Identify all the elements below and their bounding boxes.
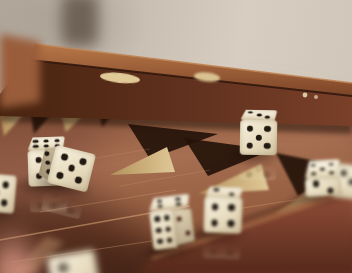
die-front-face — [240, 120, 278, 156]
pip — [341, 169, 348, 176]
mid-foreground-left-die — [147, 194, 196, 259]
pip — [157, 199, 163, 203]
die-top-face — [147, 194, 190, 212]
pip — [227, 238, 234, 245]
pip — [70, 193, 78, 201]
pip — [255, 165, 261, 171]
pip — [210, 238, 217, 245]
pip — [176, 202, 182, 206]
pip — [156, 227, 162, 233]
pip — [33, 140, 38, 143]
pip — [79, 158, 87, 166]
top-right-die — [240, 110, 278, 164]
pip — [246, 143, 252, 149]
pip — [167, 237, 173, 243]
pip — [175, 197, 181, 201]
bottom-edge-blurred-die — [45, 239, 103, 273]
right-rail-die — [304, 159, 342, 205]
pip — [60, 153, 68, 161]
die-front-face — [305, 177, 342, 197]
pip — [229, 193, 234, 196]
pip — [212, 204, 219, 211]
pip — [264, 171, 270, 177]
pip — [35, 157, 42, 164]
pip — [157, 238, 163, 244]
mid-foreground-right-die — [203, 186, 243, 242]
pip — [59, 197, 67, 205]
pip — [265, 116, 270, 119]
pip — [186, 230, 192, 236]
pip — [67, 164, 75, 172]
pip — [33, 145, 38, 148]
pip — [55, 171, 63, 179]
pip — [2, 181, 9, 188]
pip — [36, 191, 43, 198]
pip — [165, 226, 171, 232]
pip — [44, 139, 49, 142]
pip — [157, 204, 163, 208]
pip — [0, 199, 7, 206]
die-top-face — [304, 159, 341, 179]
pip — [228, 220, 235, 227]
die-reflection — [202, 234, 241, 261]
pip — [328, 163, 333, 166]
pip — [164, 215, 170, 221]
photo-backgammon-scene — [0, 0, 352, 273]
pip — [264, 159, 270, 165]
pip — [246, 171, 252, 177]
pip — [54, 139, 59, 142]
front-left-die — [45, 145, 96, 200]
pip — [44, 145, 49, 148]
pip — [75, 176, 83, 184]
pip — [246, 159, 252, 165]
die-front-face — [203, 197, 242, 234]
pip — [67, 206, 75, 214]
pip — [256, 114, 261, 117]
pip — [228, 204, 235, 211]
pip — [247, 126, 253, 132]
pip — [44, 151, 50, 157]
pip — [58, 263, 67, 272]
die-reflection — [239, 156, 276, 181]
pip — [264, 143, 270, 149]
pip — [264, 126, 270, 132]
dice-layer — [0, 0, 352, 273]
pip — [348, 179, 352, 186]
pip — [51, 189, 59, 197]
pip — [313, 181, 319, 187]
die-front-face — [47, 249, 102, 273]
pip — [154, 216, 160, 222]
pip — [255, 134, 261, 140]
pip — [214, 188, 219, 191]
pip — [210, 249, 217, 256]
pip — [48, 201, 56, 209]
pip — [320, 168, 325, 171]
die-top-face — [240, 110, 277, 121]
pip — [311, 172, 316, 175]
pip — [211, 220, 218, 227]
pip — [311, 164, 316, 167]
pip — [45, 160, 51, 166]
left-edge-die — [0, 172, 17, 221]
pip — [176, 216, 182, 222]
pip — [329, 171, 334, 174]
pip — [247, 111, 252, 114]
pip — [327, 187, 333, 193]
pip — [227, 249, 234, 256]
